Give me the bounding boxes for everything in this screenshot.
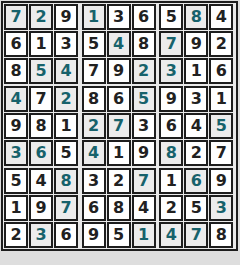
cell-r4c1-given[interactable]: 4: [4, 86, 28, 112]
cell-r8c9-given[interactable]: 3: [209, 195, 233, 221]
cell-r2c2-entered[interactable]: 1: [29, 31, 53, 57]
sudoku-box-8: 327684951: [82, 168, 158, 248]
cell-r4c3-given[interactable]: 2: [54, 86, 78, 112]
cell-r1c3-entered[interactable]: 9: [54, 4, 78, 30]
cell-r3c4-entered[interactable]: 7: [82, 58, 106, 84]
cell-r8c4-entered[interactable]: 6: [82, 195, 106, 221]
cell-r9c5-entered[interactable]: 5: [107, 222, 131, 248]
sudoku-box-4: 472981365: [4, 86, 80, 166]
cell-r3c5-entered[interactable]: 9: [107, 58, 131, 84]
cell-r3c9-entered[interactable]: 6: [209, 58, 233, 84]
sudoku-box-7: 548197236: [4, 168, 80, 248]
cell-r9c2-given[interactable]: 3: [29, 222, 53, 248]
cell-r7c3-given[interactable]: 8: [54, 168, 78, 194]
cell-r2c5-given[interactable]: 4: [107, 31, 131, 57]
cell-r5c3-entered[interactable]: 1: [54, 113, 78, 139]
cell-r3c8-entered[interactable]: 1: [184, 58, 208, 84]
cell-r6c1-given[interactable]: 3: [4, 140, 28, 166]
cell-r4c4-entered[interactable]: 8: [82, 86, 106, 112]
cell-r2c1-entered[interactable]: 6: [4, 31, 28, 57]
cell-r3c2-given[interactable]: 5: [29, 58, 53, 84]
cell-r8c1-entered[interactable]: 1: [4, 195, 28, 221]
cell-r7c5-entered[interactable]: 2: [107, 168, 131, 194]
cell-r8c7-entered[interactable]: 2: [159, 195, 183, 221]
cell-r2c3-entered[interactable]: 3: [54, 31, 78, 57]
sudoku-box-3: 584792316: [159, 4, 235, 84]
cell-r1c6-entered[interactable]: 6: [132, 4, 156, 30]
cell-r9c8-given[interactable]: 7: [184, 222, 208, 248]
cell-r4c7-entered[interactable]: 9: [159, 86, 183, 112]
cell-r8c5-entered[interactable]: 8: [107, 195, 131, 221]
cell-r4c2-entered[interactable]: 7: [29, 86, 53, 112]
cell-r7c4-entered[interactable]: 3: [82, 168, 106, 194]
cell-r4c5-entered[interactable]: 6: [107, 86, 131, 112]
cell-r5c1-entered[interactable]: 9: [4, 113, 28, 139]
cell-r2c6-entered[interactable]: 8: [132, 31, 156, 57]
cell-r8c8-entered[interactable]: 5: [184, 195, 208, 221]
cell-r2c9-entered[interactable]: 2: [209, 31, 233, 57]
sudoku-box-2: 136548792: [82, 4, 158, 84]
cell-r6c8-entered[interactable]: 2: [184, 140, 208, 166]
cell-r8c6-entered[interactable]: 4: [132, 195, 156, 221]
cell-r3c7-given[interactable]: 3: [159, 58, 183, 84]
cell-r5c9-given[interactable]: 5: [209, 113, 233, 139]
cell-r2c4-entered[interactable]: 5: [82, 31, 106, 57]
sudoku-box-1: 729613854: [4, 4, 80, 84]
cell-r1c8-given[interactable]: 8: [184, 4, 208, 30]
sudoku-box-5: 865273419: [82, 86, 158, 166]
cell-r9c6-given[interactable]: 1: [132, 222, 156, 248]
cell-r6c7-given[interactable]: 8: [159, 140, 183, 166]
cell-r6c5-entered[interactable]: 1: [107, 140, 131, 166]
cell-r8c3-given[interactable]: 7: [54, 195, 78, 221]
cell-r3c1-entered[interactable]: 8: [4, 58, 28, 84]
cell-r2c7-given[interactable]: 7: [159, 31, 183, 57]
cell-r6c4-given[interactable]: 4: [82, 140, 106, 166]
cell-r5c7-entered[interactable]: 6: [159, 113, 183, 139]
cell-r9c3-entered[interactable]: 6: [54, 222, 78, 248]
cell-r5c4-given[interactable]: 2: [82, 113, 106, 139]
cell-r1c1-given[interactable]: 7: [4, 4, 28, 30]
cell-r4c9-entered[interactable]: 1: [209, 86, 233, 112]
cell-r6c2-given[interactable]: 6: [29, 140, 53, 166]
cell-r4c8-entered[interactable]: 3: [184, 86, 208, 112]
cell-r6c6-entered[interactable]: 9: [132, 140, 156, 166]
cell-r5c2-entered[interactable]: 8: [29, 113, 53, 139]
cell-r5c8-entered[interactable]: 4: [184, 113, 208, 139]
sudoku-board: 7296138541365487925847923164729813658652…: [1, 1, 238, 251]
cell-r7c2-entered[interactable]: 4: [29, 168, 53, 194]
cell-r1c4-given[interactable]: 1: [82, 4, 106, 30]
cell-r3c6-given[interactable]: 2: [132, 58, 156, 84]
cell-r7c6-given[interactable]: 7: [132, 168, 156, 194]
cell-r1c2-given[interactable]: 2: [29, 4, 53, 30]
cell-r1c7-entered[interactable]: 5: [159, 4, 183, 30]
cell-r7c7-entered[interactable]: 1: [159, 168, 183, 194]
cell-r5c6-entered[interactable]: 3: [132, 113, 156, 139]
cell-r1c5-entered[interactable]: 3: [107, 4, 131, 30]
cell-r6c9-entered[interactable]: 7: [209, 140, 233, 166]
cell-r6c3-entered[interactable]: 5: [54, 140, 78, 166]
cell-r7c1-entered[interactable]: 5: [4, 168, 28, 194]
cell-r1c9-entered[interactable]: 4: [209, 4, 233, 30]
cell-r7c9-entered[interactable]: 9: [209, 168, 233, 194]
cell-r8c2-entered[interactable]: 9: [29, 195, 53, 221]
cell-r3c3-given[interactable]: 4: [54, 58, 78, 84]
cell-r9c4-entered[interactable]: 9: [82, 222, 106, 248]
cell-r9c9-entered[interactable]: 8: [209, 222, 233, 248]
cell-r4c6-given[interactable]: 5: [132, 86, 156, 112]
sudoku-box-9: 169253478: [159, 168, 235, 248]
cell-r5c5-given[interactable]: 7: [107, 113, 131, 139]
sudoku-box-6: 931645827: [159, 86, 235, 166]
cell-r2c8-entered[interactable]: 9: [184, 31, 208, 57]
cell-r9c1-entered[interactable]: 2: [4, 222, 28, 248]
cell-r9c7-given[interactable]: 4: [159, 222, 183, 248]
cell-r7c8-given[interactable]: 6: [184, 168, 208, 194]
